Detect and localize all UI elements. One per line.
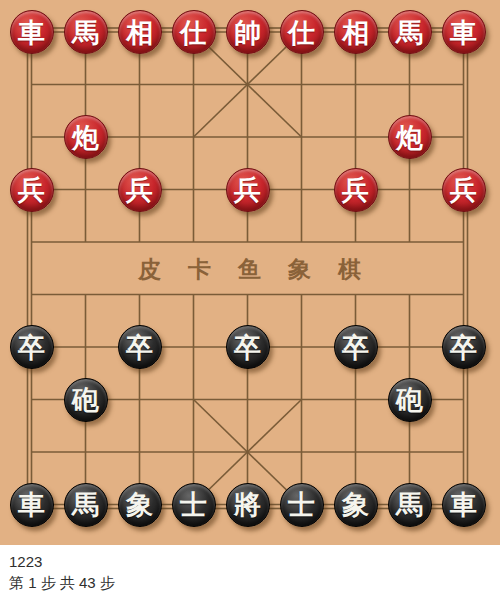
piece-black-general[interactable]: 將 (226, 483, 270, 527)
piece-black-cannon[interactable]: 砲 (388, 378, 432, 422)
move-counter-text: 第 1 步 共 43 步 (9, 572, 500, 593)
piece-red-soldier[interactable]: 兵 (118, 168, 162, 212)
piece-red-chariot[interactable]: 車 (10, 10, 54, 54)
app-window: 皮 卡 鱼 象 棋 車馬相仕帥仕相馬車炮炮兵兵兵兵兵卒卒卒卒卒砲砲車馬象士將士象… (0, 0, 500, 600)
piece-red-chariot[interactable]: 車 (442, 10, 486, 54)
status-bar: 1223 第 1 步 共 43 步 (0, 545, 500, 600)
xiangqi-board[interactable]: 皮 卡 鱼 象 棋 車馬相仕帥仕相馬車炮炮兵兵兵兵兵卒卒卒卒卒砲砲車馬象士將士象… (0, 0, 500, 545)
piece-black-advisor[interactable]: 士 (280, 483, 324, 527)
piece-black-soldier[interactable]: 卒 (442, 325, 486, 369)
piece-red-soldier[interactable]: 兵 (334, 168, 378, 212)
piece-red-elephant[interactable]: 相 (118, 10, 162, 54)
piece-red-elephant[interactable]: 相 (334, 10, 378, 54)
piece-red-general[interactable]: 帥 (226, 10, 270, 54)
piece-black-advisor[interactable]: 士 (172, 483, 216, 527)
piece-red-horse[interactable]: 馬 (64, 10, 108, 54)
piece-black-elephant[interactable]: 象 (334, 483, 378, 527)
piece-black-horse[interactable]: 馬 (64, 483, 108, 527)
piece-black-chariot[interactable]: 車 (442, 483, 486, 527)
piece-red-advisor[interactable]: 仕 (172, 10, 216, 54)
piece-red-soldier[interactable]: 兵 (442, 168, 486, 212)
piece-red-horse[interactable]: 馬 (388, 10, 432, 54)
piece-red-cannon[interactable]: 炮 (64, 115, 108, 159)
piece-black-horse[interactable]: 馬 (388, 483, 432, 527)
piece-black-soldier[interactable]: 卒 (226, 325, 270, 369)
piece-black-soldier[interactable]: 卒 (10, 325, 54, 369)
piece-red-advisor[interactable]: 仕 (280, 10, 324, 54)
piece-red-soldier[interactable]: 兵 (10, 168, 54, 212)
piece-grid: 車馬相仕帥仕相馬車炮炮兵兵兵兵兵卒卒卒卒卒砲砲車馬象士將士象馬車 (5, 6, 491, 531)
piece-black-soldier[interactable]: 卒 (334, 325, 378, 369)
game-id-text: 1223 (9, 551, 500, 572)
piece-black-soldier[interactable]: 卒 (118, 325, 162, 369)
piece-red-cannon[interactable]: 炮 (388, 115, 432, 159)
piece-black-cannon[interactable]: 砲 (64, 378, 108, 422)
piece-black-chariot[interactable]: 車 (10, 483, 54, 527)
piece-black-elephant[interactable]: 象 (118, 483, 162, 527)
piece-red-soldier[interactable]: 兵 (226, 168, 270, 212)
